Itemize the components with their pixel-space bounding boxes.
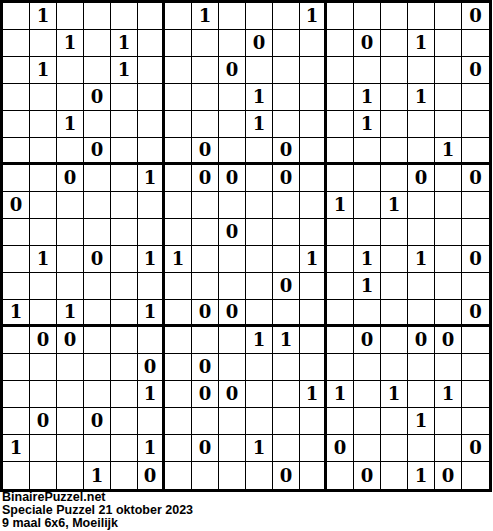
grid-cell-given: 0 bbox=[273, 462, 300, 489]
grid-cell-given: 1 bbox=[408, 30, 435, 57]
grid-cell-empty[interactable] bbox=[300, 30, 327, 57]
grid-cell-given: 0 bbox=[84, 408, 111, 435]
grid-cell-empty[interactable] bbox=[300, 354, 327, 381]
grid-cell-empty[interactable] bbox=[246, 57, 273, 84]
grid-cell-empty[interactable] bbox=[273, 111, 300, 138]
grid-cell-empty[interactable] bbox=[300, 57, 327, 84]
grid-cell-empty[interactable] bbox=[192, 111, 219, 138]
grid-cell-empty[interactable] bbox=[57, 381, 84, 408]
grid-cell-empty[interactable] bbox=[165, 435, 192, 462]
grid-cell-empty[interactable] bbox=[381, 3, 408, 30]
grid-cell-given: 0 bbox=[354, 327, 381, 354]
grid-cell-empty[interactable] bbox=[381, 219, 408, 246]
grid-cell-empty[interactable] bbox=[462, 408, 489, 435]
grid-cell-empty[interactable] bbox=[327, 165, 354, 192]
grid-cell-empty[interactable] bbox=[111, 246, 138, 273]
grid-cell-empty[interactable] bbox=[165, 30, 192, 57]
grid-cell-empty[interactable] bbox=[30, 192, 57, 219]
grid-cell-given: 0 bbox=[192, 165, 219, 192]
grid-cell-empty[interactable] bbox=[435, 165, 462, 192]
grid-cell-empty[interactable] bbox=[246, 219, 273, 246]
grid-cell-empty[interactable] bbox=[327, 30, 354, 57]
grid-cell-empty[interactable] bbox=[138, 111, 165, 138]
grid-cell-empty[interactable] bbox=[381, 300, 408, 327]
grid-cell-empty[interactable] bbox=[219, 246, 246, 273]
grid-cell-empty[interactable] bbox=[57, 408, 84, 435]
grid-cell-empty[interactable] bbox=[327, 462, 354, 489]
grid-cell-empty[interactable] bbox=[165, 300, 192, 327]
grid-cell-empty[interactable] bbox=[84, 57, 111, 84]
grid-cell-empty[interactable] bbox=[381, 273, 408, 300]
grid-cell-empty[interactable] bbox=[300, 435, 327, 462]
grid-cell-empty[interactable] bbox=[219, 435, 246, 462]
grid-cell-empty[interactable] bbox=[165, 354, 192, 381]
grid-cell-given: 0 bbox=[354, 30, 381, 57]
grid-cell-empty[interactable] bbox=[354, 300, 381, 327]
grid-cell-empty[interactable] bbox=[57, 3, 84, 30]
grid-cell-empty[interactable] bbox=[408, 300, 435, 327]
grid-cell-given: 1 bbox=[246, 435, 273, 462]
grid-cell-empty[interactable] bbox=[354, 219, 381, 246]
grid-cell-empty[interactable] bbox=[111, 408, 138, 435]
grid-cell-given: 1 bbox=[300, 246, 327, 273]
grid-cell-empty[interactable] bbox=[3, 462, 30, 489]
grid-cell-empty[interactable] bbox=[273, 354, 300, 381]
grid-cell-empty[interactable] bbox=[84, 192, 111, 219]
grid-cell-empty[interactable] bbox=[138, 219, 165, 246]
grid-cell-empty[interactable] bbox=[138, 30, 165, 57]
grid-cell-given: 1 bbox=[138, 435, 165, 462]
grid-cell-empty[interactable] bbox=[354, 381, 381, 408]
grid-cell-given: 0 bbox=[192, 435, 219, 462]
grid-cell-empty[interactable] bbox=[354, 192, 381, 219]
grid-cell-empty[interactable] bbox=[327, 408, 354, 435]
grid-cell-given: 1 bbox=[57, 30, 84, 57]
grid-cell-given: 0 bbox=[219, 381, 246, 408]
grid-cell-given: 0 bbox=[462, 57, 489, 84]
grid-cell-empty[interactable] bbox=[381, 57, 408, 84]
grid-cell-given: 0 bbox=[192, 354, 219, 381]
puzzle-subtitle: 9 maal 6x6, Moeilijk bbox=[2, 517, 193, 530]
grid-cell-empty[interactable] bbox=[3, 408, 30, 435]
grid-cell-empty[interactable] bbox=[111, 165, 138, 192]
grid-cell-empty[interactable] bbox=[381, 246, 408, 273]
grid-cell-given: 1 bbox=[138, 165, 165, 192]
grid-cell-empty[interactable] bbox=[30, 219, 57, 246]
grid-cell-given: 1 bbox=[408, 408, 435, 435]
grid-cell-empty[interactable] bbox=[192, 408, 219, 435]
puzzle-board: 1110110011100011111100010100000011010111… bbox=[0, 0, 492, 492]
grid-cell-empty[interactable] bbox=[84, 3, 111, 30]
grid-cell-given: 1 bbox=[138, 381, 165, 408]
grid-cell-empty[interactable] bbox=[435, 435, 462, 462]
grid-cell-empty[interactable] bbox=[30, 84, 57, 111]
grid-cell-empty[interactable] bbox=[57, 246, 84, 273]
grid-cell-empty[interactable] bbox=[57, 219, 84, 246]
grid-cell-given: 1 bbox=[273, 327, 300, 354]
grid-cell-empty[interactable] bbox=[165, 165, 192, 192]
grid-cell-empty[interactable] bbox=[435, 300, 462, 327]
grid-cell-empty[interactable] bbox=[30, 462, 57, 489]
footer-caption: BinairePuzzel.net Speciale Puzzel 21 okt… bbox=[2, 491, 193, 530]
grid-cell-empty[interactable] bbox=[138, 327, 165, 354]
grid-cell-empty[interactable] bbox=[138, 3, 165, 30]
grid-cell-empty[interactable] bbox=[381, 138, 408, 165]
grid-cell-empty[interactable] bbox=[435, 219, 462, 246]
grid-cell-given: 0 bbox=[138, 462, 165, 489]
grid-cell-empty[interactable] bbox=[84, 273, 111, 300]
grid-cell-empty[interactable] bbox=[165, 462, 192, 489]
grid-cell-empty[interactable] bbox=[192, 246, 219, 273]
grid-cell-given: 0 bbox=[354, 462, 381, 489]
grid-cell-empty[interactable] bbox=[111, 354, 138, 381]
grid-cell-empty[interactable] bbox=[327, 3, 354, 30]
grid-cell-empty[interactable] bbox=[3, 111, 30, 138]
grid-cell-empty[interactable] bbox=[138, 138, 165, 165]
grid-cell-empty[interactable] bbox=[3, 30, 30, 57]
grid-cell-empty[interactable] bbox=[462, 462, 489, 489]
grid-cell-empty[interactable] bbox=[30, 435, 57, 462]
grid-cell-empty[interactable] bbox=[381, 165, 408, 192]
grid-cell-empty[interactable] bbox=[246, 300, 273, 327]
grid-cell-empty[interactable] bbox=[435, 273, 462, 300]
grid-cell-empty[interactable] bbox=[192, 84, 219, 111]
grid-cell-empty[interactable] bbox=[192, 192, 219, 219]
grid-cell-empty[interactable] bbox=[435, 111, 462, 138]
grid-cell-empty[interactable] bbox=[354, 3, 381, 30]
grid-cell-empty[interactable] bbox=[300, 192, 327, 219]
grid-cell-empty[interactable] bbox=[246, 408, 273, 435]
grid-cell-empty[interactable] bbox=[435, 30, 462, 57]
grid-cell-empty[interactable] bbox=[138, 408, 165, 435]
grid-cell-empty[interactable] bbox=[408, 57, 435, 84]
grid-cell-empty[interactable] bbox=[3, 381, 30, 408]
grid-cell-empty[interactable] bbox=[3, 3, 30, 30]
grid-cell-empty[interactable] bbox=[327, 138, 354, 165]
grid-cell-empty[interactable] bbox=[57, 462, 84, 489]
grid-cell-empty[interactable] bbox=[246, 192, 273, 219]
grid-cell-empty[interactable] bbox=[30, 165, 57, 192]
grid-cell-empty[interactable] bbox=[57, 435, 84, 462]
grid-cell-empty[interactable] bbox=[327, 354, 354, 381]
grid-cell-given: 0 bbox=[57, 165, 84, 192]
grid-cell-given: 0 bbox=[57, 327, 84, 354]
grid-cell-empty[interactable] bbox=[219, 408, 246, 435]
grid-cell-empty[interactable] bbox=[111, 138, 138, 165]
grid-cell-empty[interactable] bbox=[273, 84, 300, 111]
grid-cell-empty[interactable] bbox=[462, 111, 489, 138]
grid-cell-given: 0 bbox=[462, 165, 489, 192]
grid-cell-empty[interactable] bbox=[408, 219, 435, 246]
grid-cell-empty[interactable] bbox=[327, 84, 354, 111]
grid-cell-empty[interactable] bbox=[354, 138, 381, 165]
grid-cell-empty[interactable] bbox=[435, 192, 462, 219]
grid-cell-empty[interactable] bbox=[354, 435, 381, 462]
grid-cell-empty[interactable] bbox=[111, 273, 138, 300]
grid-cell-empty[interactable] bbox=[165, 381, 192, 408]
grid-cell-empty[interactable] bbox=[435, 246, 462, 273]
grid-cell-given: 0 bbox=[462, 3, 489, 30]
grid-cell-empty[interactable] bbox=[165, 111, 192, 138]
grid-cell-empty[interactable] bbox=[273, 246, 300, 273]
grid-cell-empty[interactable] bbox=[327, 327, 354, 354]
grid-cell-empty[interactable] bbox=[219, 84, 246, 111]
grid-cell-empty[interactable] bbox=[273, 219, 300, 246]
grid-cell-empty[interactable] bbox=[381, 30, 408, 57]
grid-cell-empty[interactable] bbox=[408, 111, 435, 138]
grid-cell-empty[interactable] bbox=[219, 30, 246, 57]
grid-cell-empty[interactable] bbox=[84, 165, 111, 192]
grid-cell-empty[interactable] bbox=[300, 327, 327, 354]
grid-cell-empty[interactable] bbox=[138, 57, 165, 84]
grid-cell-empty[interactable] bbox=[408, 3, 435, 30]
grid-cell-empty[interactable] bbox=[84, 111, 111, 138]
grid-cell-given: 0 bbox=[84, 246, 111, 273]
grid-cell-empty[interactable] bbox=[84, 381, 111, 408]
grid-cell-given: 1 bbox=[435, 138, 462, 165]
grid-cell-empty[interactable] bbox=[3, 273, 30, 300]
grid-cell-empty[interactable] bbox=[3, 354, 30, 381]
grid-cell-empty[interactable] bbox=[354, 354, 381, 381]
grid-cell-empty[interactable] bbox=[327, 111, 354, 138]
grid-cell-empty[interactable] bbox=[84, 435, 111, 462]
grid-cell-empty[interactable] bbox=[246, 165, 273, 192]
grid-cell-empty[interactable] bbox=[327, 300, 354, 327]
grid-cell-empty[interactable] bbox=[165, 138, 192, 165]
grid-cell-empty[interactable] bbox=[246, 3, 273, 30]
grid-cell-given: 0 bbox=[30, 327, 57, 354]
grid-cell-empty[interactable] bbox=[84, 327, 111, 354]
grid-cell-empty[interactable] bbox=[138, 273, 165, 300]
grid-cell-given: 1 bbox=[165, 246, 192, 273]
grid-cell-empty[interactable] bbox=[111, 111, 138, 138]
grid-cell-empty[interactable] bbox=[246, 138, 273, 165]
grid-cell-empty[interactable] bbox=[219, 3, 246, 30]
grid-cell-empty[interactable] bbox=[273, 3, 300, 30]
grid-cell-empty[interactable] bbox=[165, 219, 192, 246]
grid-cell-empty[interactable] bbox=[462, 219, 489, 246]
grid-cell-given: 1 bbox=[57, 300, 84, 327]
grid-cell-empty[interactable] bbox=[435, 354, 462, 381]
grid-cell-empty[interactable] bbox=[381, 327, 408, 354]
grid-cell-empty[interactable] bbox=[30, 111, 57, 138]
grid-cell-empty[interactable] bbox=[246, 462, 273, 489]
grid-cell-empty[interactable] bbox=[165, 408, 192, 435]
grid-cell-empty[interactable] bbox=[273, 57, 300, 84]
grid-cell-empty[interactable] bbox=[327, 246, 354, 273]
grid-cell-empty[interactable] bbox=[219, 354, 246, 381]
grid-cell-empty[interactable] bbox=[57, 57, 84, 84]
grid-cell-empty[interactable] bbox=[327, 219, 354, 246]
grid-cell-empty[interactable] bbox=[300, 111, 327, 138]
grid-cell-empty[interactable] bbox=[273, 30, 300, 57]
grid-cell-empty[interactable] bbox=[192, 327, 219, 354]
grid-cell-given: 1 bbox=[381, 381, 408, 408]
grid-cell-empty[interactable] bbox=[354, 165, 381, 192]
grid-cell-empty[interactable] bbox=[57, 354, 84, 381]
grid-cell-empty[interactable] bbox=[300, 300, 327, 327]
grid-cell-empty[interactable] bbox=[381, 408, 408, 435]
grid-cell-empty[interactable] bbox=[462, 30, 489, 57]
grid-cell-empty[interactable] bbox=[30, 138, 57, 165]
grid-cell-given: 0 bbox=[192, 381, 219, 408]
grid-cell-empty[interactable] bbox=[408, 192, 435, 219]
grid-cell-given: 0 bbox=[462, 300, 489, 327]
grid-cell-empty[interactable] bbox=[30, 30, 57, 57]
grid-cell-empty[interactable] bbox=[30, 300, 57, 327]
grid-cell-empty[interactable] bbox=[300, 84, 327, 111]
grid-cell-empty[interactable] bbox=[273, 381, 300, 408]
grid-cell-empty[interactable] bbox=[111, 84, 138, 111]
grid-cell-empty[interactable] bbox=[111, 3, 138, 30]
grid-cell-empty[interactable] bbox=[84, 354, 111, 381]
grid-cell-given: 1 bbox=[354, 84, 381, 111]
grid-cell-empty[interactable] bbox=[111, 462, 138, 489]
grid-cell-given: 1 bbox=[354, 111, 381, 138]
grid-cell-empty[interactable] bbox=[219, 327, 246, 354]
grid-cell-empty[interactable] bbox=[30, 381, 57, 408]
grid-cell-given: 0 bbox=[462, 435, 489, 462]
grid-cell-empty[interactable] bbox=[3, 138, 30, 165]
grid-cell-given: 1 bbox=[3, 435, 30, 462]
grid-cell-empty[interactable] bbox=[3, 165, 30, 192]
grid-cell-empty[interactable] bbox=[381, 354, 408, 381]
grid-cell-empty[interactable] bbox=[57, 138, 84, 165]
grid-cell-empty[interactable] bbox=[300, 462, 327, 489]
grid-cell-empty[interactable] bbox=[381, 435, 408, 462]
grid-cell-empty[interactable] bbox=[273, 300, 300, 327]
grid-cell-empty[interactable] bbox=[327, 57, 354, 84]
grid-cell-empty[interactable] bbox=[138, 84, 165, 111]
grid-cell-given: 0 bbox=[408, 165, 435, 192]
grid-cell-empty[interactable] bbox=[219, 138, 246, 165]
grid-cell-empty[interactable] bbox=[138, 192, 165, 219]
grid-cell-empty[interactable] bbox=[57, 84, 84, 111]
grid-cell-empty[interactable] bbox=[165, 57, 192, 84]
grid-cell-empty[interactable] bbox=[219, 462, 246, 489]
grid-cell-empty[interactable] bbox=[3, 219, 30, 246]
grid-cell-given: 0 bbox=[84, 138, 111, 165]
grid-cell-empty[interactable] bbox=[408, 138, 435, 165]
grid-cell-given: 1 bbox=[111, 57, 138, 84]
grid-cell-empty[interactable] bbox=[165, 84, 192, 111]
grid-cell-empty[interactable] bbox=[408, 273, 435, 300]
grid-cell-empty[interactable] bbox=[354, 57, 381, 84]
grid-cell-empty[interactable] bbox=[462, 354, 489, 381]
grid-cell-empty[interactable] bbox=[462, 327, 489, 354]
grid-cell-given: 1 bbox=[300, 381, 327, 408]
grid-cell-empty[interactable] bbox=[111, 300, 138, 327]
grid-cell-given: 0 bbox=[435, 462, 462, 489]
grid-cell-given: 0 bbox=[219, 219, 246, 246]
grid-cell-empty[interactable] bbox=[192, 462, 219, 489]
grid-cell-empty[interactable] bbox=[462, 273, 489, 300]
grid-cell-empty[interactable] bbox=[435, 3, 462, 30]
grid-cell-empty[interactable] bbox=[408, 381, 435, 408]
grid-cell-empty[interactable] bbox=[246, 273, 273, 300]
grid-cell-given: 1 bbox=[84, 462, 111, 489]
grid-cell-given: 0 bbox=[84, 84, 111, 111]
grid-cell-empty[interactable] bbox=[246, 246, 273, 273]
grid-cell-empty[interactable] bbox=[354, 408, 381, 435]
grid-cell-empty[interactable] bbox=[192, 30, 219, 57]
grid-cell-empty[interactable] bbox=[3, 246, 30, 273]
grid-cell-given: 1 bbox=[111, 30, 138, 57]
grid-cell-empty[interactable] bbox=[300, 219, 327, 246]
grid-cell-empty[interactable] bbox=[273, 435, 300, 462]
grid-cell-empty[interactable] bbox=[165, 3, 192, 30]
grid-cell-empty[interactable] bbox=[300, 273, 327, 300]
grid-cell-empty[interactable] bbox=[246, 381, 273, 408]
grid-cell-given: 0 bbox=[219, 57, 246, 84]
grid-cell-given: 0 bbox=[462, 246, 489, 273]
grid-cell-empty[interactable] bbox=[165, 273, 192, 300]
grid-cell-given: 1 bbox=[327, 381, 354, 408]
grid-cell-empty[interactable] bbox=[30, 273, 57, 300]
grid-cell-empty[interactable] bbox=[462, 192, 489, 219]
grid-cell-empty[interactable] bbox=[165, 192, 192, 219]
grid-cell-given: 1 bbox=[435, 381, 462, 408]
grid-cell-given: 1 bbox=[138, 246, 165, 273]
grid-cell-empty[interactable] bbox=[300, 408, 327, 435]
grid-cell-empty[interactable] bbox=[219, 111, 246, 138]
grid-cell-empty[interactable] bbox=[327, 273, 354, 300]
grid-cell-empty[interactable] bbox=[273, 192, 300, 219]
grid-cell-empty[interactable] bbox=[300, 165, 327, 192]
grid-cell-empty[interactable] bbox=[408, 354, 435, 381]
grid-cell-empty[interactable] bbox=[192, 57, 219, 84]
grid-cell-given: 0 bbox=[246, 30, 273, 57]
grid-cell-empty[interactable] bbox=[246, 354, 273, 381]
grid-cell-empty[interactable] bbox=[435, 84, 462, 111]
grid-cell-empty[interactable] bbox=[381, 111, 408, 138]
grid-cell-given: 1 bbox=[246, 327, 273, 354]
grid-cell-empty[interactable] bbox=[165, 327, 192, 354]
grid-cell-given: 1 bbox=[354, 273, 381, 300]
grid-cell-empty[interactable] bbox=[57, 192, 84, 219]
grid-cell-empty[interactable] bbox=[84, 30, 111, 57]
grid-cell-empty[interactable] bbox=[462, 138, 489, 165]
grid-cell-empty[interactable] bbox=[408, 435, 435, 462]
grid-cell-empty[interactable] bbox=[462, 84, 489, 111]
grid-cell-empty[interactable] bbox=[111, 435, 138, 462]
grid-cell-empty[interactable] bbox=[381, 84, 408, 111]
grid-cell-empty[interactable] bbox=[3, 327, 30, 354]
grid-cell-empty[interactable] bbox=[462, 381, 489, 408]
grid-cell-empty[interactable] bbox=[435, 408, 462, 435]
grid-cell-given: 1 bbox=[3, 300, 30, 327]
grid-cell-empty[interactable] bbox=[435, 57, 462, 84]
grid-cell-empty[interactable] bbox=[111, 219, 138, 246]
grid-cell-given: 0 bbox=[435, 327, 462, 354]
grid-cell-empty[interactable] bbox=[57, 273, 84, 300]
grid-cell-empty[interactable] bbox=[84, 300, 111, 327]
grid-cell-empty[interactable] bbox=[111, 192, 138, 219]
grid-cell-empty[interactable] bbox=[192, 219, 219, 246]
grid-cell-empty[interactable] bbox=[192, 273, 219, 300]
grid-cell-empty[interactable] bbox=[84, 219, 111, 246]
grid-cell-empty[interactable] bbox=[219, 273, 246, 300]
grid-cell-empty[interactable] bbox=[381, 462, 408, 489]
grid-cell-empty[interactable] bbox=[219, 192, 246, 219]
grid-cell-empty[interactable] bbox=[111, 381, 138, 408]
grid-cell-empty[interactable] bbox=[3, 57, 30, 84]
grid-cell-empty[interactable] bbox=[111, 327, 138, 354]
grid-cell-empty[interactable] bbox=[30, 354, 57, 381]
grid-cell-empty[interactable] bbox=[3, 84, 30, 111]
grid-cell-empty[interactable] bbox=[300, 138, 327, 165]
grid-cell-empty[interactable] bbox=[273, 408, 300, 435]
